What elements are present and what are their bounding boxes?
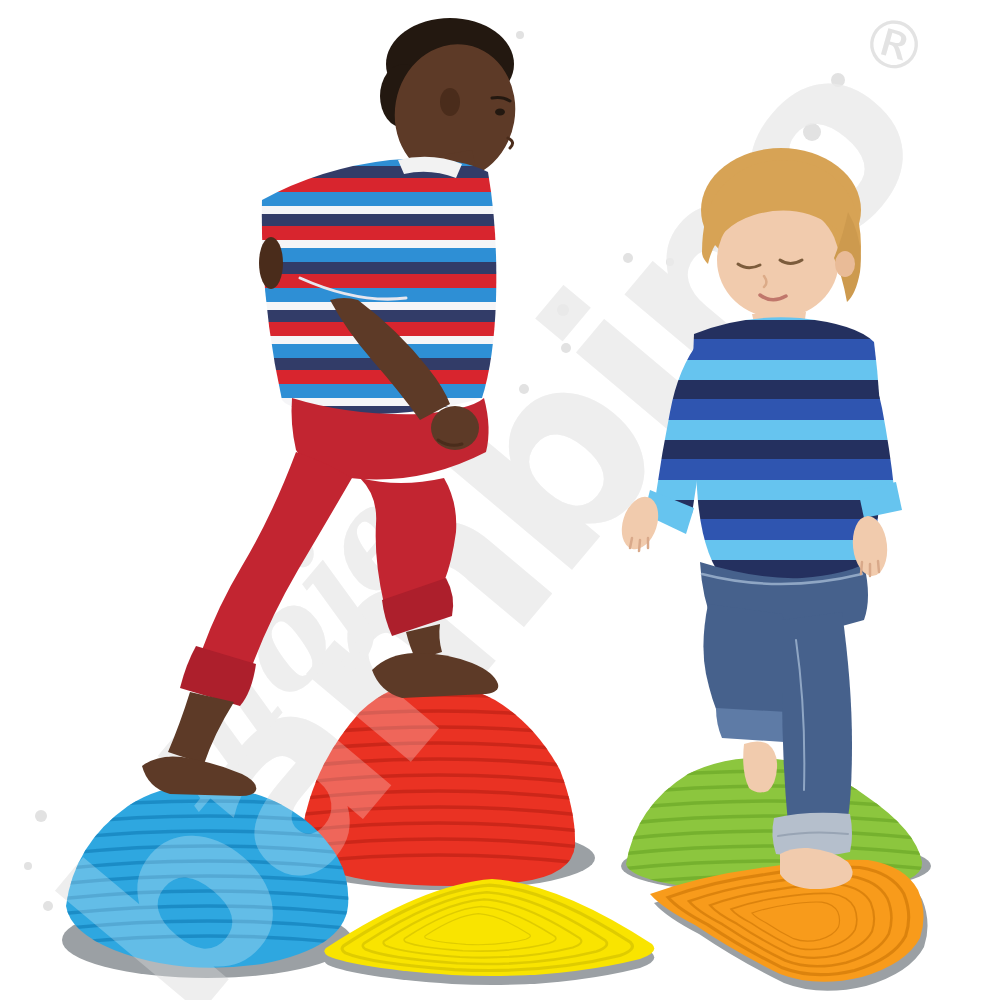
toddler-left-foot-lifted	[743, 742, 777, 793]
registered-trademark-icon: ®	[851, 0, 936, 92]
toddler-left-jean-leg	[703, 604, 790, 722]
boy-eye	[495, 109, 505, 116]
boy-striped-tshirt	[262, 159, 497, 415]
toddler-ear	[835, 251, 855, 277]
boy-ear	[440, 88, 460, 116]
boy-mouth	[508, 138, 513, 148]
boy-right-fist	[431, 406, 479, 450]
toddler-right-jean-leg	[782, 612, 852, 824]
toddler-left-jean-roll	[716, 708, 789, 742]
boy-left-arm	[259, 237, 283, 289]
product-photo-stage: bambino moje ®	[0, 0, 1000, 1000]
product-photo-svg: bambino moje ®	[0, 0, 1000, 1000]
